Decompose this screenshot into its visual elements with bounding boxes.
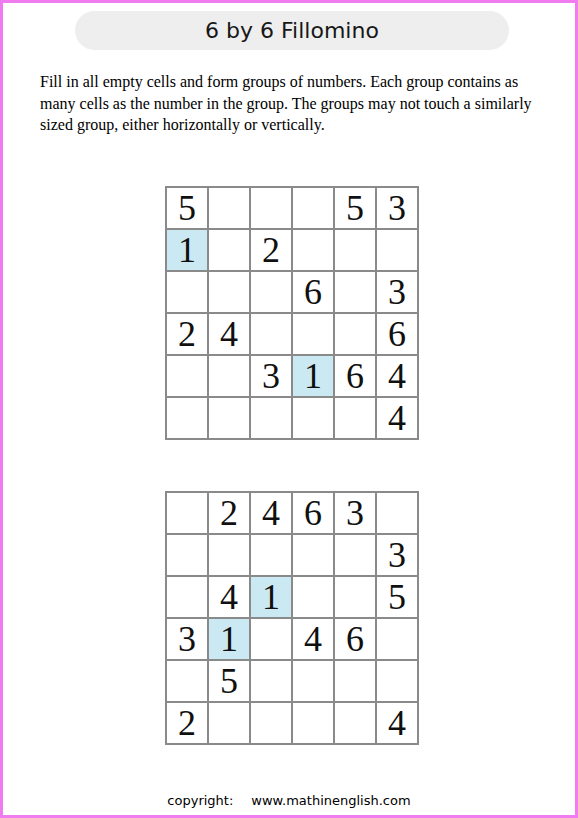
p1-cell-r5c4: 1 bbox=[293, 356, 333, 396]
fillomino-grid-1: 553126324631644 bbox=[165, 186, 419, 440]
p2-cell-r4c4: 4 bbox=[293, 619, 333, 659]
p2-cell-r5c4[interactable] bbox=[293, 661, 333, 701]
p2-cell-r6c5[interactable] bbox=[335, 703, 375, 743]
p2-cell-r3c6: 5 bbox=[377, 577, 417, 617]
p2-cell-r3c4[interactable] bbox=[293, 577, 333, 617]
p1-cell-r6c4[interactable] bbox=[293, 398, 333, 438]
p2-cell-r4c6[interactable] bbox=[377, 619, 417, 659]
p2-cell-r6c2[interactable] bbox=[209, 703, 249, 743]
p2-cell-r6c4[interactable] bbox=[293, 703, 333, 743]
p2-cell-r5c2: 5 bbox=[209, 661, 249, 701]
p2-cell-r4c5: 6 bbox=[335, 619, 375, 659]
p1-cell-r1c6: 3 bbox=[377, 188, 417, 228]
p2-cell-r5c3[interactable] bbox=[251, 661, 291, 701]
p1-cell-r4c5[interactable] bbox=[335, 314, 375, 354]
p1-cell-r6c2[interactable] bbox=[209, 398, 249, 438]
p2-cell-r2c5[interactable] bbox=[335, 535, 375, 575]
p1-cell-r2c6[interactable] bbox=[377, 230, 417, 270]
p2-cell-r4c1: 3 bbox=[167, 619, 207, 659]
p1-cell-r1c1: 5 bbox=[167, 188, 207, 228]
p1-cell-r5c5: 6 bbox=[335, 356, 375, 396]
p2-cell-r1c6[interactable] bbox=[377, 493, 417, 533]
p2-cell-r2c2[interactable] bbox=[209, 535, 249, 575]
p1-cell-r2c4[interactable] bbox=[293, 230, 333, 270]
copyright-url: www.mathinenglish.com bbox=[251, 793, 410, 808]
p2-cell-r2c4[interactable] bbox=[293, 535, 333, 575]
p2-cell-r2c3[interactable] bbox=[251, 535, 291, 575]
fillomino-grid-2: 246334153146524 bbox=[165, 491, 419, 745]
p1-cell-r1c3[interactable] bbox=[251, 188, 291, 228]
p2-cell-r4c3[interactable] bbox=[251, 619, 291, 659]
p1-cell-r6c5[interactable] bbox=[335, 398, 375, 438]
p1-cell-r5c1[interactable] bbox=[167, 356, 207, 396]
p1-cell-r4c6: 6 bbox=[377, 314, 417, 354]
p1-cell-r2c5[interactable] bbox=[335, 230, 375, 270]
p1-cell-r4c3[interactable] bbox=[251, 314, 291, 354]
p1-cell-r5c6: 4 bbox=[377, 356, 417, 396]
p1-cell-r1c2[interactable] bbox=[209, 188, 249, 228]
p1-cell-r6c3[interactable] bbox=[251, 398, 291, 438]
p2-cell-r1c3: 4 bbox=[251, 493, 291, 533]
p1-cell-r3c5[interactable] bbox=[335, 272, 375, 312]
p2-cell-r1c4: 6 bbox=[293, 493, 333, 533]
p1-cell-r4c4[interactable] bbox=[293, 314, 333, 354]
p2-cell-r1c1[interactable] bbox=[167, 493, 207, 533]
page-title: 6 by 6 Fillomino bbox=[205, 18, 379, 43]
p2-cell-r2c1[interactable] bbox=[167, 535, 207, 575]
p1-cell-r3c2[interactable] bbox=[209, 272, 249, 312]
p1-cell-r3c4: 6 bbox=[293, 272, 333, 312]
p2-cell-r1c2: 2 bbox=[209, 493, 249, 533]
p1-cell-r3c6: 3 bbox=[377, 272, 417, 312]
p1-cell-r6c6: 4 bbox=[377, 398, 417, 438]
p1-cell-r3c3[interactable] bbox=[251, 272, 291, 312]
p1-cell-r5c2[interactable] bbox=[209, 356, 249, 396]
puzzle-instructions: Fill in all empty cells and form groups … bbox=[40, 71, 548, 136]
p1-cell-r2c3: 2 bbox=[251, 230, 291, 270]
p1-cell-r1c4[interactable] bbox=[293, 188, 333, 228]
p2-cell-r2c6: 3 bbox=[377, 535, 417, 575]
p1-cell-r4c2: 4 bbox=[209, 314, 249, 354]
p1-cell-r5c3: 3 bbox=[251, 356, 291, 396]
p2-cell-r6c6: 4 bbox=[377, 703, 417, 743]
p1-cell-r2c2[interactable] bbox=[209, 230, 249, 270]
p1-cell-r4c1: 2 bbox=[167, 314, 207, 354]
p2-cell-r5c1[interactable] bbox=[167, 661, 207, 701]
p2-cell-r4c2: 1 bbox=[209, 619, 249, 659]
p2-cell-r3c3: 1 bbox=[251, 577, 291, 617]
p2-cell-r3c2: 4 bbox=[209, 577, 249, 617]
p2-cell-r5c5[interactable] bbox=[335, 661, 375, 701]
title-banner: 6 by 6 Fillomino bbox=[75, 11, 509, 50]
p1-cell-r1c5: 5 bbox=[335, 188, 375, 228]
p1-cell-r2c1: 1 bbox=[167, 230, 207, 270]
copyright-label: copyright: bbox=[167, 793, 233, 808]
copyright-footer: copyright:www.mathinenglish.com bbox=[3, 793, 575, 808]
p1-cell-r3c1[interactable] bbox=[167, 272, 207, 312]
p2-cell-r6c1: 2 bbox=[167, 703, 207, 743]
p2-cell-r6c3[interactable] bbox=[251, 703, 291, 743]
worksheet-page: 6 by 6 Fillomino Fill in all empty cells… bbox=[0, 0, 578, 818]
p1-cell-r6c1[interactable] bbox=[167, 398, 207, 438]
p2-cell-r5c6[interactable] bbox=[377, 661, 417, 701]
p2-cell-r3c1[interactable] bbox=[167, 577, 207, 617]
p2-cell-r3c5[interactable] bbox=[335, 577, 375, 617]
p2-cell-r1c5: 3 bbox=[335, 493, 375, 533]
